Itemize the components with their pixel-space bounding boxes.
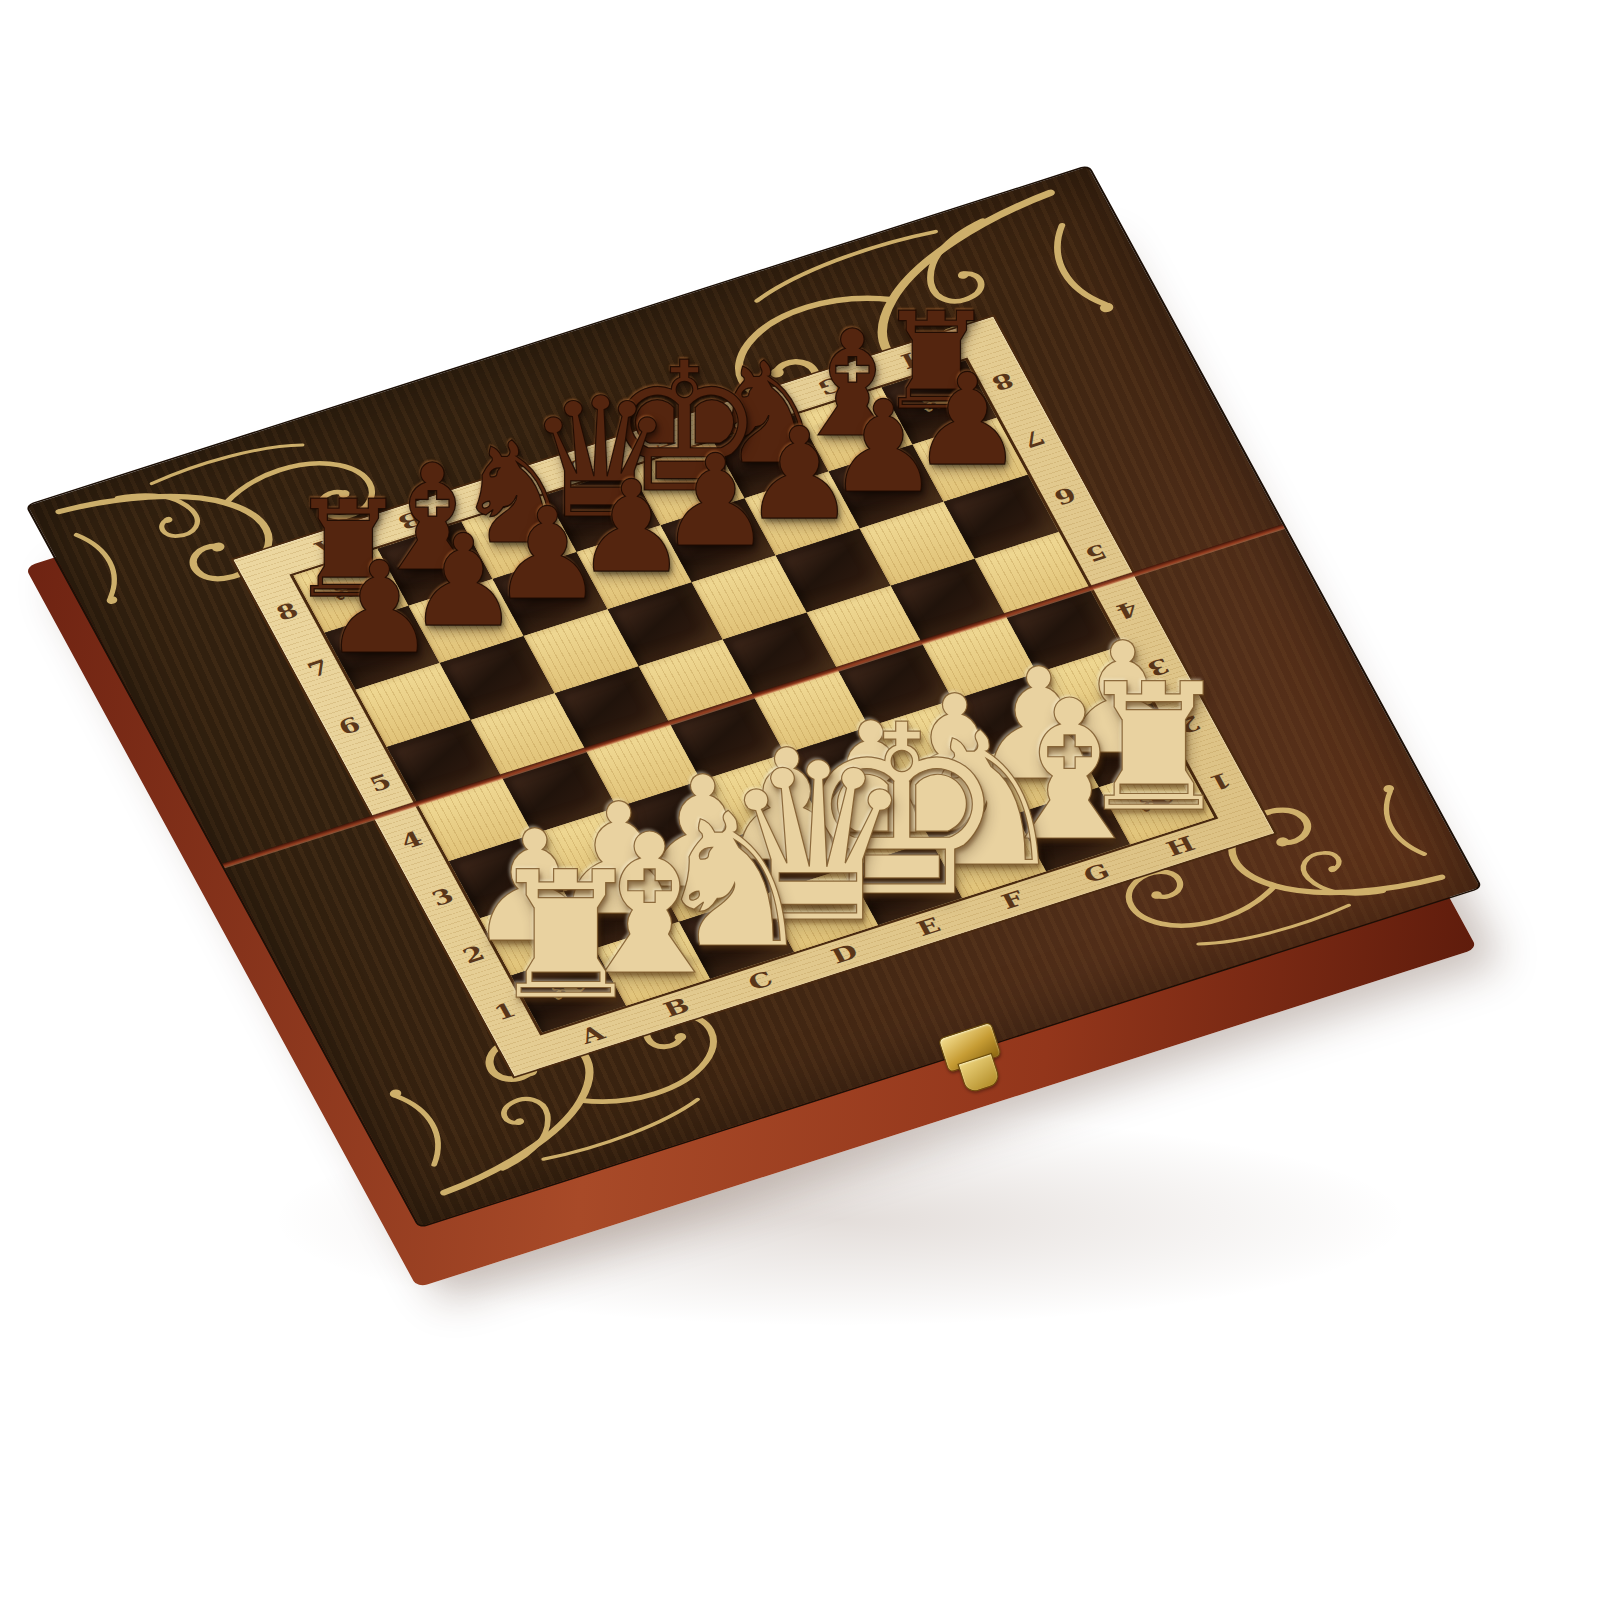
product-photo: ABCDEFGH ABCDEFGH 87654321 87654321 ❧❧❧❧… xyxy=(0,0,1600,1600)
box-top-face: ABCDEFGH ABCDEFGH 87654321 87654321 ❧❧❧❧ xyxy=(25,165,1483,1229)
